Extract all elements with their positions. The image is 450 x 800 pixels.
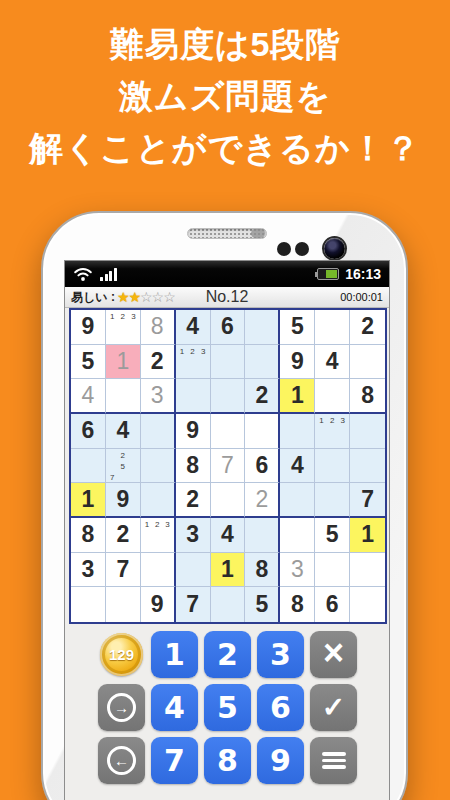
cell-r6c7[interactable] xyxy=(280,483,315,518)
cell-r4c4[interactable]: 9 xyxy=(176,414,211,449)
digit-label: 7 xyxy=(164,746,185,776)
given-digit: 5 xyxy=(82,350,95,373)
given-digit: 9 xyxy=(151,593,164,616)
promo-headline: 難易度は5段階 激ムズ問題を 解くことができるか！？ xyxy=(0,18,450,174)
erase-button[interactable]: × xyxy=(310,631,357,678)
given-digit: 1 xyxy=(291,384,304,407)
given-digit: 4 xyxy=(116,419,129,442)
cell-r3c1[interactable]: 4 xyxy=(71,379,106,414)
cell-r9c6[interactable]: 5 xyxy=(245,587,280,622)
given-digit: 6 xyxy=(326,593,339,616)
cell-r5c6[interactable]: 6 xyxy=(245,449,280,484)
given-digit: 6 xyxy=(82,419,95,442)
cell-r7c3[interactable]: 123 xyxy=(141,518,176,553)
coin-badge[interactable]: 129 xyxy=(100,633,143,676)
cell-r8c8[interactable] xyxy=(315,553,350,588)
cell-r4c6[interactable] xyxy=(245,414,280,449)
cell-r4c5[interactable] xyxy=(211,414,246,449)
cell-r6c1[interactable]: 1 xyxy=(71,483,106,518)
cell-r4c9[interactable] xyxy=(350,414,385,449)
cell-r9c1[interactable] xyxy=(71,587,106,622)
cell-r2c4[interactable]: 123 xyxy=(176,345,211,380)
digit-label: 1 xyxy=(164,640,185,670)
given-digit: 2 xyxy=(151,350,164,373)
battery-icon xyxy=(317,268,339,280)
given-digit: 6 xyxy=(255,454,268,477)
cell-r1c2[interactable]: 123 xyxy=(106,310,141,345)
given-digit: 7 xyxy=(116,558,129,581)
cell-r8c1[interactable]: 3 xyxy=(71,553,106,588)
user-digit: 2 xyxy=(255,488,268,511)
phone-frame: 16:13 易しい : ★★☆☆☆ No.12 00:00:01 9123846… xyxy=(41,211,408,800)
cell-r5c4[interactable]: 8 xyxy=(176,449,211,484)
user-digit: 8 xyxy=(151,315,164,338)
cell-r6c4[interactable]: 2 xyxy=(176,483,211,518)
given-digit: 4 xyxy=(221,523,234,546)
cell-r8c5[interactable]: 1 xyxy=(211,553,246,588)
given-digit: 8 xyxy=(186,454,199,477)
given-digit: 2 xyxy=(361,315,374,338)
arrow-left-icon: ← xyxy=(107,746,136,775)
digit-2-button[interactable]: 2 xyxy=(204,631,251,678)
cell-r4c1[interactable]: 6 xyxy=(71,414,106,449)
user-digit: 3 xyxy=(151,384,164,407)
given-digit: 5 xyxy=(255,593,268,616)
cell-r1c4[interactable]: 4 xyxy=(176,310,211,345)
cell-r1c9[interactable]: 2 xyxy=(350,310,385,345)
cell-r5c7[interactable]: 4 xyxy=(280,449,315,484)
given-digit: 2 xyxy=(255,384,268,407)
cell-r6c2[interactable]: 9 xyxy=(106,483,141,518)
cell-r5c3[interactable] xyxy=(141,449,176,484)
digit-label: 9 xyxy=(270,746,291,776)
digit-6-button[interactable]: 6 xyxy=(257,684,304,731)
cell-r1c8[interactable] xyxy=(315,310,350,345)
check-button[interactable]: ✓ xyxy=(310,684,357,731)
check-icon: ✓ xyxy=(322,694,345,722)
cell-r7c7[interactable] xyxy=(280,518,315,553)
cell-r2c5[interactable] xyxy=(211,345,246,380)
cell-r5c2[interactable]: 257 xyxy=(106,449,141,484)
cell-r1c3[interactable]: 8 xyxy=(141,310,176,345)
cell-r9c9[interactable] xyxy=(350,587,385,622)
cell-r6c6[interactable]: 2 xyxy=(245,483,280,518)
number-pad: 129123×→456✓←789 xyxy=(98,631,357,784)
digit-4-button[interactable]: 4 xyxy=(151,684,198,731)
app-header: 易しい : ★★☆☆☆ No.12 00:00:01 xyxy=(65,287,389,308)
pencil-marks: 123 xyxy=(316,415,348,447)
given-digit: 7 xyxy=(186,593,199,616)
pencil-marks: 257 xyxy=(107,450,139,482)
digit-7-button[interactable]: 7 xyxy=(151,737,198,784)
promo-line-3: 解くことができるか！？ xyxy=(0,122,450,174)
cell-r9c2[interactable] xyxy=(106,587,141,622)
digit-label: 5 xyxy=(217,693,238,723)
user-digit: 4 xyxy=(82,384,95,407)
cell-r9c4[interactable]: 7 xyxy=(176,587,211,622)
given-digit: 8 xyxy=(255,558,268,581)
cell-r5c8[interactable] xyxy=(315,449,350,484)
cell-r1c7[interactable]: 5 xyxy=(280,310,315,345)
phone-screen: 16:13 易しい : ★★☆☆☆ No.12 00:00:01 9123846… xyxy=(64,260,390,800)
given-digit: 8 xyxy=(291,593,304,616)
speaker-grille xyxy=(187,228,267,239)
signal-bars-icon xyxy=(100,268,117,281)
cell-r6c5[interactable] xyxy=(211,483,246,518)
digit-9-button[interactable]: 9 xyxy=(257,737,304,784)
cell-r2c7[interactable]: 9 xyxy=(280,345,315,380)
cell-r2c8[interactable]: 4 xyxy=(315,345,350,380)
cell-r4c3[interactable] xyxy=(141,414,176,449)
cell-r2c3[interactable]: 2 xyxy=(141,345,176,380)
menu-button[interactable] xyxy=(310,737,357,784)
cell-r9c5[interactable] xyxy=(211,587,246,622)
proximity-sensor-icon xyxy=(277,242,291,256)
cell-r6c9[interactable]: 7 xyxy=(350,483,385,518)
given-digit: 1 xyxy=(221,558,234,581)
cell-r8c9[interactable] xyxy=(350,553,385,588)
cell-r3c2[interactable] xyxy=(106,379,141,414)
erase-x-icon: × xyxy=(323,635,344,671)
cell-r4c2[interactable]: 4 xyxy=(106,414,141,449)
digit-label: 8 xyxy=(217,746,238,776)
next-cell-button[interactable]: → xyxy=(98,684,145,731)
cell-r1c6[interactable] xyxy=(245,310,280,345)
cell-r3c3[interactable]: 3 xyxy=(141,379,176,414)
cell-r7c9[interactable]: 1 xyxy=(350,518,385,553)
digit-8-button[interactable]: 8 xyxy=(204,737,251,784)
given-digit: 4 xyxy=(291,454,304,477)
sudoku-grid: 9123846525121239443218649123257876419227… xyxy=(69,308,387,624)
pencil-marks: 123 xyxy=(107,311,139,343)
given-digit: 6 xyxy=(221,315,234,338)
cell-r4c7[interactable] xyxy=(280,414,315,449)
prev-cell-button[interactable]: ← xyxy=(98,737,145,784)
cell-r8c7[interactable]: 3 xyxy=(280,553,315,588)
cell-r1c1[interactable]: 9 xyxy=(71,310,106,345)
given-digit: 9 xyxy=(82,315,95,338)
promo-line-1: 難易度は5段階 xyxy=(0,18,450,70)
cell-r3c5[interactable] xyxy=(211,379,246,414)
cell-r4c8[interactable]: 123 xyxy=(315,414,350,449)
cell-r3c8[interactable] xyxy=(315,379,350,414)
cell-r7c5[interactable]: 4 xyxy=(211,518,246,553)
given-digit: 2 xyxy=(116,523,129,546)
cell-r9c7[interactable]: 8 xyxy=(280,587,315,622)
pencil-marks: 123 xyxy=(177,346,209,378)
given-digit: 9 xyxy=(291,350,304,373)
cell-r8c4[interactable] xyxy=(176,553,211,588)
cell-r7c6[interactable] xyxy=(245,518,280,553)
cell-r8c3[interactable] xyxy=(141,553,176,588)
cell-r8c6[interactable]: 8 xyxy=(245,553,280,588)
given-digit: 1 xyxy=(82,488,95,511)
given-digit: 4 xyxy=(326,350,339,373)
cell-r2c1[interactable]: 5 xyxy=(71,345,106,380)
user-digit: 3 xyxy=(291,558,304,581)
pencil-marks: 123 xyxy=(142,519,173,551)
cell-r3c7[interactable]: 1 xyxy=(280,379,315,414)
cell-r8c2[interactable]: 7 xyxy=(106,553,141,588)
light-sensor-icon xyxy=(295,242,309,256)
cell-r3c6[interactable]: 2 xyxy=(245,379,280,414)
cell-r5c1[interactable] xyxy=(71,449,106,484)
cell-r5c5[interactable]: 7 xyxy=(211,449,246,484)
given-digit: 7 xyxy=(361,488,374,511)
given-digit: 5 xyxy=(291,315,304,338)
arrow-right-icon: → xyxy=(107,693,136,722)
given-digit: 8 xyxy=(82,523,95,546)
cell-r7c4[interactable]: 3 xyxy=(176,518,211,553)
digit-5-button[interactable]: 5 xyxy=(204,684,251,731)
cell-r9c8[interactable]: 6 xyxy=(315,587,350,622)
user-digit: 1 xyxy=(116,350,129,373)
cell-r7c1[interactable]: 8 xyxy=(71,518,106,553)
given-digit: 3 xyxy=(82,558,95,581)
timer-display: 00:00:01 xyxy=(340,291,383,303)
given-digit: 1 xyxy=(361,523,374,546)
user-digit: 7 xyxy=(221,454,234,477)
cell-r5c9[interactable] xyxy=(350,449,385,484)
given-digit: 4 xyxy=(186,315,199,338)
digit-label: 6 xyxy=(270,693,291,723)
wifi-icon xyxy=(73,266,93,282)
cell-r6c8[interactable] xyxy=(315,483,350,518)
cell-r2c2[interactable]: 1 xyxy=(106,345,141,380)
cell-r3c4[interactable] xyxy=(176,379,211,414)
front-camera-icon xyxy=(324,238,345,259)
digit-label: 3 xyxy=(270,640,291,670)
cell-r2c6[interactable] xyxy=(245,345,280,380)
promo-line-2: 激ムズ問題を xyxy=(0,70,450,122)
cell-r2c9[interactable] xyxy=(350,345,385,380)
given-digit: 9 xyxy=(116,488,129,511)
digit-label: 2 xyxy=(217,640,238,670)
cell-r9c3[interactable]: 9 xyxy=(141,587,176,622)
digit-1-button[interactable]: 1 xyxy=(151,631,198,678)
digit-3-button[interactable]: 3 xyxy=(257,631,304,678)
status-time: 16:13 xyxy=(345,266,381,282)
cell-r6c3[interactable] xyxy=(141,483,176,518)
cell-r7c2[interactable]: 2 xyxy=(106,518,141,553)
given-digit: 9 xyxy=(186,419,199,442)
given-digit: 3 xyxy=(186,523,199,546)
cell-r1c5[interactable]: 6 xyxy=(211,310,246,345)
given-digit: 2 xyxy=(186,488,199,511)
given-digit: 8 xyxy=(361,384,374,407)
status-bar: 16:13 xyxy=(65,261,389,287)
cell-r7c8[interactable]: 5 xyxy=(315,518,350,553)
cell-r3c9[interactable]: 8 xyxy=(350,379,385,414)
menu-hamburger-icon xyxy=(322,752,346,769)
given-digit: 5 xyxy=(326,523,339,546)
digit-label: 4 xyxy=(164,693,185,723)
